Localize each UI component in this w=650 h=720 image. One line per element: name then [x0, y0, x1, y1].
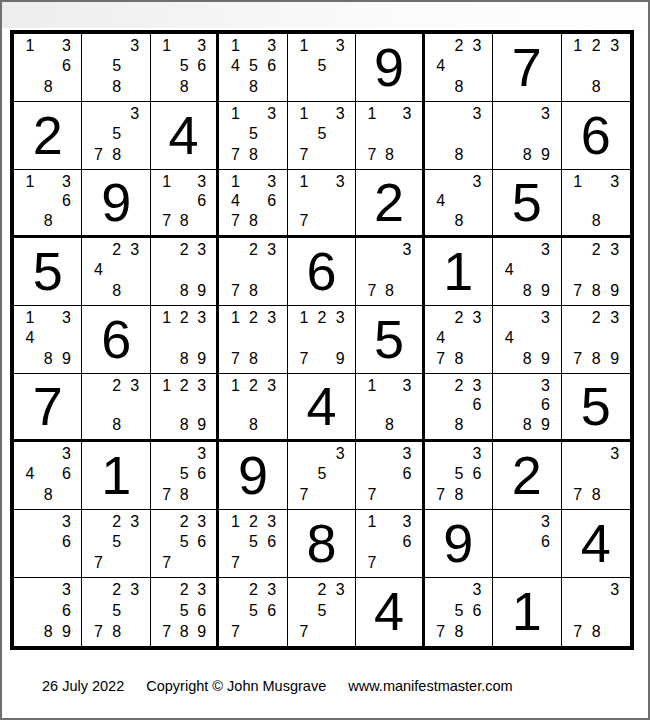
- cell-r4c5: 6: [288, 238, 356, 306]
- candidate-empty: [313, 145, 331, 165]
- pencil-marks: 1368: [14, 34, 81, 101]
- candidate-3: 3: [263, 240, 281, 260]
- candidate-empty: [432, 444, 450, 464]
- candidate-7: 7: [158, 485, 175, 505]
- candidate-8: 8: [518, 415, 536, 435]
- candidate-7: 7: [363, 553, 380, 573]
- candidate-empty: [57, 211, 75, 231]
- cell-r3c3: 13678: [151, 170, 219, 238]
- pencil-marks: 36: [14, 510, 81, 577]
- candidate-2: 2: [175, 376, 192, 396]
- candidate-6: 6: [263, 56, 281, 76]
- candidate-empty: [39, 308, 57, 328]
- candidate-5: 5: [175, 464, 192, 484]
- candidate-empty: [518, 124, 536, 144]
- candidate-9: 9: [536, 281, 554, 301]
- candidate-1: 1: [21, 36, 39, 56]
- candidate-empty: [468, 124, 486, 144]
- candidate-3: 3: [193, 580, 210, 601]
- candidate-8: 8: [244, 77, 262, 97]
- pencil-marks: 13568: [151, 34, 216, 101]
- cell-r9c3: 2356789: [151, 578, 219, 646]
- cell-r8c9: 4: [562, 510, 630, 578]
- candidate-empty: [244, 172, 262, 192]
- pencil-marks: 3578: [82, 102, 149, 169]
- solved-digit: 6: [306, 244, 336, 298]
- candidate-7: 7: [363, 281, 380, 301]
- candidate-empty: [381, 240, 398, 260]
- candidate-empty: [500, 376, 518, 396]
- candidate-5: 5: [244, 56, 262, 76]
- candidate-empty: [263, 396, 281, 416]
- cell-r1c7: 2348: [425, 34, 493, 102]
- solved-digit: 6: [101, 312, 131, 366]
- candidate-3: 3: [193, 36, 210, 56]
- cell-r1c2: 358: [82, 34, 150, 102]
- candidate-7: 7: [295, 621, 313, 642]
- candidate-empty: [158, 601, 175, 622]
- footer-copyright: Copyright © John Musgrave: [146, 678, 326, 694]
- footer-date: 26 July 2022: [42, 678, 124, 694]
- candidate-empty: [468, 485, 486, 505]
- cell-r7c6: 367: [356, 442, 424, 510]
- candidate-empty: [295, 77, 313, 97]
- candidate-4: 4: [21, 328, 39, 348]
- cell-r9c9: 378: [562, 578, 630, 646]
- candidate-3: 3: [331, 580, 349, 601]
- candidate-empty: [363, 240, 380, 260]
- candidate-empty: [263, 211, 281, 231]
- solved-digit: 1: [101, 448, 131, 502]
- pencil-marks: 1378: [356, 102, 421, 169]
- cell-r3c1: 1368: [14, 170, 82, 238]
- candidate-empty: [313, 444, 331, 464]
- candidate-empty: [175, 192, 192, 212]
- candidate-empty: [331, 77, 349, 97]
- candidate-empty: [175, 444, 192, 464]
- cell-r8c4: 123567: [219, 510, 287, 578]
- candidate-9: 9: [536, 349, 554, 369]
- pencil-marks: 13578: [219, 102, 286, 169]
- candidate-empty: [126, 260, 144, 280]
- candidate-empty: [432, 376, 450, 396]
- candidate-empty: [331, 56, 349, 76]
- candidate-empty: [126, 532, 144, 552]
- candidate-1: 1: [295, 36, 313, 56]
- candidate-empty: [263, 553, 281, 573]
- candidate-empty: [57, 328, 75, 348]
- candidate-empty: [21, 349, 39, 369]
- candidate-2: 2: [313, 580, 331, 601]
- candidate-empty: [158, 260, 175, 280]
- candidate-7: 7: [295, 485, 313, 505]
- candidate-empty: [89, 240, 107, 260]
- cell-r7c8: 2: [493, 442, 561, 510]
- candidate-7: 7: [89, 145, 107, 165]
- pencil-marks: 36: [493, 510, 560, 577]
- candidate-empty: [569, 464, 587, 484]
- cell-r8c3: 23567: [151, 510, 219, 578]
- candidate-8: 8: [244, 281, 262, 301]
- pencil-marks: 238: [82, 374, 149, 439]
- candidate-6: 6: [398, 532, 415, 552]
- cell-r4c1: 5: [14, 238, 82, 306]
- candidate-empty: [89, 601, 107, 622]
- candidate-8: 8: [450, 485, 468, 505]
- candidate-7: 7: [226, 145, 244, 165]
- candidate-empty: [450, 328, 468, 348]
- footer: 26 July 2022 Copyright © John Musgrave w…: [42, 678, 513, 694]
- candidate-empty: [313, 36, 331, 56]
- cell-r2c4: 13578: [219, 102, 287, 170]
- candidate-empty: [500, 349, 518, 369]
- candidate-5: 5: [108, 124, 126, 144]
- candidate-empty: [363, 396, 380, 416]
- pencil-marks: 23567: [219, 578, 286, 646]
- candidate-empty: [432, 36, 450, 56]
- candidate-7: 7: [158, 553, 175, 573]
- cell-r5c5: 12379: [288, 306, 356, 374]
- page-top-shading: [2, 2, 648, 28]
- pencil-marks: 123567: [219, 510, 286, 577]
- candidate-3: 3: [398, 512, 415, 532]
- cell-r7c4: 9: [219, 442, 287, 510]
- candidate-5: 5: [175, 601, 192, 622]
- candidate-8: 8: [450, 349, 468, 369]
- candidate-3: 3: [536, 240, 554, 260]
- candidate-empty: [244, 328, 262, 348]
- candidate-empty: [569, 601, 587, 622]
- candidate-empty: [126, 553, 144, 573]
- pencil-marks: 137: [288, 170, 355, 235]
- solved-digit: 4: [374, 584, 404, 638]
- candidate-7: 7: [295, 349, 313, 369]
- cell-r2c7: 38: [425, 102, 493, 170]
- candidate-empty: [500, 281, 518, 301]
- pencil-marks: 38: [425, 102, 492, 169]
- candidate-empty: [21, 553, 39, 573]
- candidate-empty: [587, 192, 605, 212]
- candidate-3: 3: [606, 580, 624, 601]
- candidate-8: 8: [39, 349, 57, 369]
- pencil-marks: 389: [493, 102, 560, 169]
- candidate-8: 8: [587, 77, 605, 97]
- candidate-6: 6: [57, 464, 75, 484]
- candidate-empty: [21, 444, 39, 464]
- candidate-empty: [21, 621, 39, 642]
- candidate-empty: [158, 77, 175, 97]
- candidate-empty: [57, 77, 75, 97]
- candidate-7: 7: [226, 211, 244, 231]
- candidate-empty: [398, 485, 415, 505]
- candidate-empty: [363, 444, 380, 464]
- cell-r3c4: 134678: [219, 170, 287, 238]
- candidate-empty: [158, 56, 175, 76]
- solved-digit: 7: [33, 379, 63, 433]
- pencil-marks: 35678: [151, 442, 216, 509]
- cell-r4c2: 2348: [82, 238, 150, 306]
- candidate-empty: [518, 396, 536, 416]
- candidate-4: 4: [226, 192, 244, 212]
- candidate-6: 6: [57, 601, 75, 622]
- candidate-empty: [569, 308, 587, 328]
- candidate-empty: [450, 192, 468, 212]
- cell-r4c3: 2389: [151, 238, 219, 306]
- candidate-1: 1: [226, 512, 244, 532]
- candidate-8: 8: [108, 621, 126, 642]
- candidate-7: 7: [432, 349, 450, 369]
- candidate-empty: [175, 328, 192, 348]
- candidate-3: 3: [263, 36, 281, 56]
- cell-r9c6: 4: [356, 578, 424, 646]
- candidate-7: 7: [363, 145, 380, 165]
- candidate-empty: [126, 145, 144, 165]
- candidate-empty: [606, 56, 624, 76]
- candidate-empty: [587, 601, 605, 622]
- candidate-empty: [606, 621, 624, 642]
- candidate-empty: [331, 124, 349, 144]
- candidate-6: 6: [193, 56, 210, 76]
- candidate-empty: [363, 415, 380, 435]
- candidate-2: 2: [244, 376, 262, 396]
- candidate-5: 5: [450, 464, 468, 484]
- candidate-8: 8: [450, 415, 468, 435]
- candidate-empty: [468, 211, 486, 231]
- cell-r7c9: 378: [562, 442, 630, 510]
- candidate-empty: [450, 396, 468, 416]
- cell-r3c2: 9: [82, 170, 150, 238]
- candidate-empty: [89, 512, 107, 532]
- candidate-empty: [39, 56, 57, 76]
- candidate-3: 3: [536, 308, 554, 328]
- candidate-empty: [398, 124, 415, 144]
- candidate-empty: [468, 56, 486, 76]
- pencil-marks: 1367: [356, 510, 421, 577]
- solved-digit: 9: [101, 175, 131, 229]
- candidate-1: 1: [295, 172, 313, 192]
- candidate-3: 3: [606, 444, 624, 464]
- candidate-7: 7: [89, 553, 107, 573]
- candidate-3: 3: [606, 240, 624, 260]
- candidate-empty: [21, 192, 39, 212]
- candidate-4: 4: [226, 56, 244, 76]
- candidate-9: 9: [331, 349, 349, 369]
- candidate-empty: [108, 553, 126, 573]
- pencil-marks: 35678: [425, 442, 492, 509]
- candidate-1: 1: [21, 308, 39, 328]
- candidate-2: 2: [450, 36, 468, 56]
- candidate-empty: [450, 172, 468, 192]
- pencil-marks: 1368: [14, 170, 81, 235]
- candidate-8: 8: [39, 77, 57, 97]
- candidate-9: 9: [606, 281, 624, 301]
- candidate-3: 3: [193, 308, 210, 328]
- candidate-empty: [193, 553, 210, 573]
- candidate-empty: [450, 124, 468, 144]
- candidate-empty: [432, 104, 450, 124]
- cell-r5c3: 12389: [151, 306, 219, 374]
- candidate-1: 1: [569, 172, 587, 192]
- candidate-empty: [39, 36, 57, 56]
- candidate-empty: [500, 308, 518, 328]
- candidate-empty: [295, 601, 313, 622]
- candidate-empty: [158, 281, 175, 301]
- candidate-empty: [126, 124, 144, 144]
- candidate-empty: [381, 124, 398, 144]
- candidate-empty: [468, 328, 486, 348]
- candidate-empty: [244, 36, 262, 56]
- candidate-empty: [518, 532, 536, 552]
- pencil-marks: 12378: [219, 306, 286, 373]
- candidate-3: 3: [468, 580, 486, 601]
- candidate-empty: [263, 281, 281, 301]
- pencil-marks: 2368: [425, 374, 492, 439]
- cell-r2c1: 2: [14, 102, 82, 170]
- candidate-1: 1: [226, 104, 244, 124]
- cell-r6c1: 7: [14, 374, 82, 442]
- candidate-empty: [89, 532, 107, 552]
- cell-r6c7: 2368: [425, 374, 493, 442]
- candidate-empty: [313, 77, 331, 97]
- candidate-3: 3: [331, 36, 349, 56]
- candidate-empty: [263, 77, 281, 97]
- candidate-empty: [244, 104, 262, 124]
- candidate-empty: [175, 396, 192, 416]
- pencil-marks: 2348: [82, 238, 149, 305]
- solved-digit: 9: [374, 40, 404, 94]
- candidate-7: 7: [89, 621, 107, 642]
- candidate-1: 1: [158, 172, 175, 192]
- candidate-3: 3: [536, 376, 554, 396]
- solved-digit: 8: [306, 516, 336, 570]
- candidate-empty: [398, 396, 415, 416]
- candidate-8: 8: [244, 145, 262, 165]
- candidate-empty: [108, 104, 126, 124]
- candidate-7: 7: [226, 621, 244, 642]
- candidate-empty: [432, 308, 450, 328]
- candidate-3: 3: [263, 104, 281, 124]
- candidate-3: 3: [331, 308, 349, 328]
- candidate-8: 8: [244, 415, 262, 435]
- cell-r8c5: 8: [288, 510, 356, 578]
- candidate-empty: [518, 376, 536, 396]
- pencil-marks: 378: [356, 238, 421, 305]
- cell-r3c9: 138: [562, 170, 630, 238]
- candidate-empty: [468, 349, 486, 369]
- candidate-empty: [432, 580, 450, 601]
- candidate-empty: [226, 124, 244, 144]
- cell-r1c8: 7: [493, 34, 561, 102]
- candidate-empty: [468, 192, 486, 212]
- candidate-1: 1: [295, 308, 313, 328]
- candidate-3: 3: [57, 172, 75, 192]
- candidate-empty: [295, 580, 313, 601]
- candidate-8: 8: [39, 211, 57, 231]
- candidate-5: 5: [313, 124, 331, 144]
- candidate-8: 8: [518, 349, 536, 369]
- candidate-8: 8: [175, 77, 192, 97]
- candidate-5: 5: [244, 532, 262, 552]
- cell-r5c4: 12378: [219, 306, 287, 374]
- candidate-empty: [126, 281, 144, 301]
- pencil-marks: 378: [562, 442, 630, 509]
- candidate-8: 8: [587, 281, 605, 301]
- cell-r9c1: 3689: [14, 578, 82, 646]
- candidate-empty: [381, 464, 398, 484]
- candidate-4: 4: [500, 328, 518, 348]
- candidate-empty: [226, 77, 244, 97]
- candidate-empty: [606, 464, 624, 484]
- candidate-empty: [450, 56, 468, 76]
- candidate-1: 1: [226, 376, 244, 396]
- candidate-8: 8: [244, 349, 262, 369]
- candidate-empty: [606, 192, 624, 212]
- candidate-8: 8: [450, 77, 468, 97]
- candidate-7: 7: [158, 621, 175, 642]
- candidate-empty: [450, 580, 468, 601]
- candidate-empty: [21, 512, 39, 532]
- candidate-empty: [295, 124, 313, 144]
- candidate-3: 3: [468, 376, 486, 396]
- cell-r7c5: 357: [288, 442, 356, 510]
- candidate-1: 1: [226, 36, 244, 56]
- candidate-empty: [381, 485, 398, 505]
- candidate-1: 1: [226, 172, 244, 192]
- cell-r1c5: 135: [288, 34, 356, 102]
- candidate-6: 6: [468, 464, 486, 484]
- candidate-5: 5: [313, 464, 331, 484]
- candidate-6: 6: [263, 532, 281, 552]
- candidate-empty: [432, 396, 450, 416]
- candidate-empty: [39, 444, 57, 464]
- candidate-2: 2: [313, 308, 331, 328]
- candidate-empty: [263, 145, 281, 165]
- candidate-2: 2: [175, 580, 192, 601]
- candidate-empty: [536, 328, 554, 348]
- candidate-6: 6: [57, 532, 75, 552]
- candidate-3: 3: [263, 172, 281, 192]
- candidate-6: 6: [263, 192, 281, 212]
- candidate-3: 3: [126, 36, 144, 56]
- candidate-empty: [331, 211, 349, 231]
- candidate-empty: [331, 485, 349, 505]
- candidate-3: 3: [263, 512, 281, 532]
- cell-r8c7: 9: [425, 510, 493, 578]
- cell-r7c7: 35678: [425, 442, 493, 510]
- candidate-empty: [606, 601, 624, 622]
- candidate-empty: [587, 328, 605, 348]
- puzzle-page: 1368358135681345681359234871238235784135…: [0, 0, 650, 720]
- candidate-empty: [57, 485, 75, 505]
- candidate-empty: [158, 512, 175, 532]
- candidate-empty: [295, 328, 313, 348]
- candidate-3: 3: [126, 512, 144, 532]
- candidate-3: 3: [193, 376, 210, 396]
- candidate-empty: [108, 36, 126, 56]
- candidate-empty: [295, 56, 313, 76]
- cell-r2c9: 6: [562, 102, 630, 170]
- pencil-marks: 3689: [493, 374, 560, 439]
- candidate-8: 8: [587, 349, 605, 369]
- candidate-empty: [587, 172, 605, 192]
- candidate-empty: [432, 145, 450, 165]
- candidate-4: 4: [89, 260, 107, 280]
- candidate-empty: [587, 580, 605, 601]
- candidate-empty: [295, 192, 313, 212]
- candidate-empty: [175, 553, 192, 573]
- candidate-5: 5: [244, 124, 262, 144]
- candidate-empty: [158, 240, 175, 260]
